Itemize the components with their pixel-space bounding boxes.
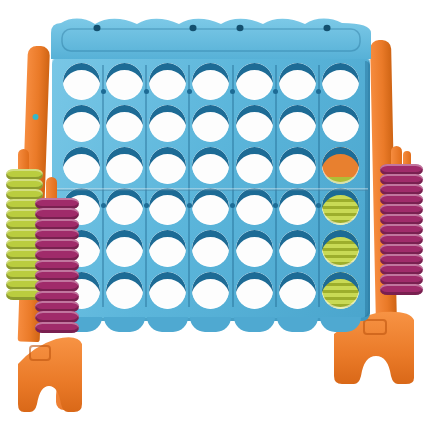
hole [236, 105, 273, 142]
hole [106, 230, 143, 267]
hole [106, 105, 143, 142]
magenta-disc[interactable] [35, 311, 79, 322]
hole-shading [149, 272, 186, 309]
hole-shading [149, 188, 186, 225]
cell-r5c6[interactable] [276, 228, 319, 270]
cell-r3c3[interactable] [146, 144, 189, 186]
hole-shading [322, 188, 359, 225]
cell-r5c4[interactable] [189, 228, 232, 270]
cell-r4c4[interactable] [189, 186, 232, 228]
cell-r3c2[interactable] [103, 144, 146, 186]
magenta-disc[interactable] [35, 208, 79, 219]
hole [236, 230, 273, 267]
hole [236, 147, 273, 184]
hole-shading [149, 105, 186, 142]
hole [63, 105, 100, 142]
hole [322, 63, 359, 100]
hole [63, 63, 100, 100]
hole [149, 188, 186, 225]
cell-r5c2[interactable] [103, 228, 146, 270]
left-foot-shape [14, 332, 88, 416]
hole-shading [236, 105, 273, 142]
hole-shading [322, 272, 359, 309]
cell-r5c5[interactable] [233, 228, 276, 270]
cell-r5c7[interactable] [319, 228, 362, 270]
hole-shading [192, 188, 229, 225]
hole [192, 63, 229, 100]
hole-shading [106, 63, 143, 100]
column-rib [102, 65, 104, 307]
hole-shading [106, 105, 143, 142]
column-rib [145, 65, 147, 307]
hole [192, 147, 229, 184]
cell-r6c3[interactable] [146, 269, 189, 311]
hole-shading [236, 147, 273, 184]
hole [149, 105, 186, 142]
cell-r1c4[interactable] [189, 61, 232, 103]
hole-shading [236, 272, 273, 309]
top-bar-shape [46, 14, 376, 59]
cell-r4c2[interactable] [103, 186, 146, 228]
hole [322, 272, 359, 309]
hole-shading [149, 63, 186, 100]
column-rib [232, 65, 234, 307]
hole-shading [149, 230, 186, 267]
cell-r4c5[interactable] [233, 186, 276, 228]
hole-shading [322, 147, 359, 184]
cell-r2c5[interactable] [233, 103, 276, 145]
hole-shading [279, 230, 316, 267]
cell-r6c2[interactable] [103, 269, 146, 311]
cell-r1c1[interactable] [60, 61, 103, 103]
bottom-scallop [147, 317, 188, 332]
board-grid [60, 61, 362, 311]
hole [236, 63, 273, 100]
hole [322, 147, 359, 184]
hole [322, 188, 359, 225]
cell-r1c2[interactable] [103, 61, 146, 103]
teal-accent-dot [32, 114, 38, 120]
hole [106, 272, 143, 309]
hole-shading [279, 147, 316, 184]
hole [279, 105, 316, 142]
cell-r6c6[interactable] [276, 269, 319, 311]
cell-r6c4[interactable] [189, 269, 232, 311]
top-bar [46, 14, 376, 59]
left-foot [14, 332, 88, 416]
cell-r2c1[interactable] [60, 103, 103, 145]
column-rib [188, 65, 190, 307]
hole-shading [279, 63, 316, 100]
hole [279, 147, 316, 184]
hole-shading [322, 230, 359, 267]
hole-shading [106, 230, 143, 267]
hole-shading [192, 272, 229, 309]
hole [236, 272, 273, 309]
bottom-scallop [277, 317, 318, 332]
cell-r6c5[interactable] [233, 269, 276, 311]
mounting-hole [190, 25, 197, 31]
hole-shading [322, 63, 359, 100]
cell-r1c7[interactable] [319, 61, 362, 103]
hole-shading [63, 63, 100, 100]
cell-r2c2[interactable] [103, 103, 146, 145]
bottom-scallop [234, 317, 275, 332]
column-rib [275, 65, 277, 307]
hole-shading [106, 188, 143, 225]
hole [149, 230, 186, 267]
mounting-hole [237, 25, 244, 31]
hole-shading [192, 230, 229, 267]
cell-r1c5[interactable] [233, 61, 276, 103]
cell-r4c3[interactable] [146, 186, 189, 228]
cell-r5c3[interactable] [146, 228, 189, 270]
hole [149, 272, 186, 309]
hole [192, 105, 229, 142]
cell-r3c6[interactable] [276, 144, 319, 186]
cell-r3c4[interactable] [189, 144, 232, 186]
cell-r1c3[interactable] [146, 61, 189, 103]
mounting-hole [324, 25, 331, 31]
hole-shading [236, 63, 273, 100]
hole-shading [192, 105, 229, 142]
hole-shading [63, 147, 100, 184]
hole-shading [236, 230, 273, 267]
hole-shading [63, 105, 100, 142]
cell-r4c7[interactable] [319, 186, 362, 228]
cell-r2c4[interactable] [189, 103, 232, 145]
bottom-scallop [190, 317, 231, 332]
hole [322, 230, 359, 267]
hole [63, 147, 100, 184]
magenta-disc[interactable] [35, 322, 79, 333]
cell-r4c6[interactable] [276, 186, 319, 228]
cell-r2c7[interactable] [319, 103, 362, 145]
bottom-scallop [104, 317, 145, 332]
hole [322, 105, 359, 142]
hole [192, 188, 229, 225]
hole [106, 63, 143, 100]
hole-shading [149, 147, 186, 184]
top-bar-body [51, 19, 371, 59]
hole [149, 147, 186, 184]
cell-r3c1[interactable] [60, 144, 103, 186]
panel-seam [54, 188, 368, 191]
cell-r3c5[interactable] [233, 144, 276, 186]
board [52, 55, 370, 321]
hole [149, 63, 186, 100]
hole-shading [106, 147, 143, 184]
hole [279, 272, 316, 309]
column-rib [318, 65, 320, 307]
hole [192, 230, 229, 267]
hole [106, 147, 143, 184]
hole-shading [192, 63, 229, 100]
cell-r2c3[interactable] [146, 103, 189, 145]
hole [236, 188, 273, 225]
hole [279, 188, 316, 225]
hole-shading [322, 105, 359, 142]
hole-shading [279, 188, 316, 225]
cell-r1c6[interactable] [276, 61, 319, 103]
left-magenta-stack [35, 199, 79, 333]
hole-shading [106, 272, 143, 309]
hole [279, 63, 316, 100]
hole-shading [279, 105, 316, 142]
cell-r6c7[interactable] [319, 269, 362, 311]
cell-r2c6[interactable] [276, 103, 319, 145]
hole [279, 230, 316, 267]
magenta-disc[interactable] [380, 284, 423, 295]
hole [192, 272, 229, 309]
hole-shading [236, 188, 273, 225]
mounting-hole [94, 25, 101, 31]
hole-shading [279, 272, 316, 309]
hole [106, 188, 143, 225]
hole-shading [192, 147, 229, 184]
cell-r3c7[interactable] [319, 144, 362, 186]
magenta-disc[interactable] [35, 280, 79, 291]
giant-connect-four-set [0, 0, 425, 425]
right-magenta-stack [380, 165, 423, 295]
